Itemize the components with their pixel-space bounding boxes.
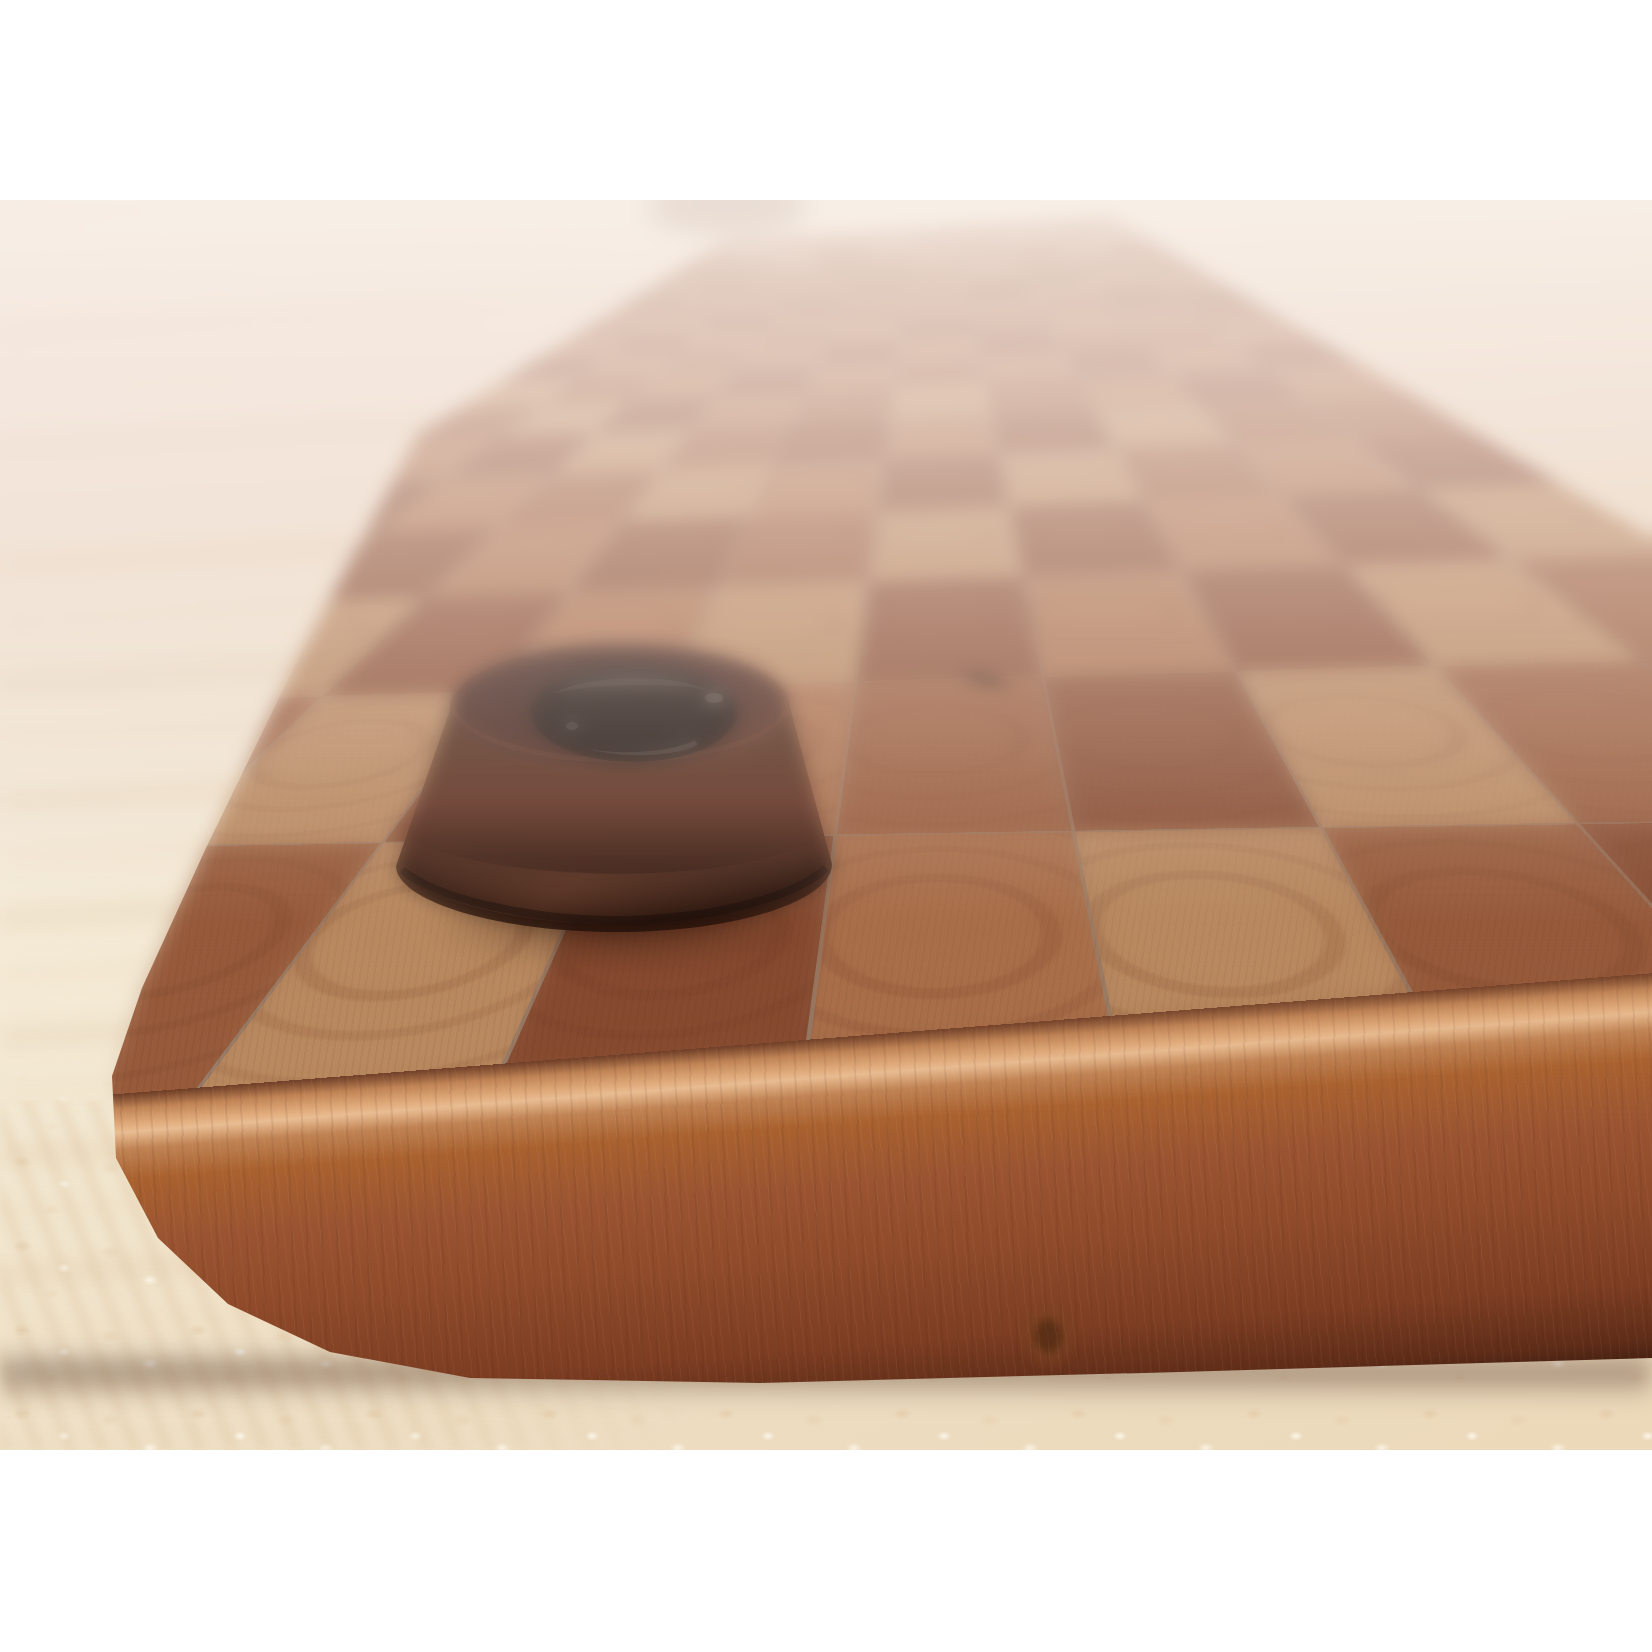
image-canvas — [0, 0, 1652, 1652]
photo-frame — [0, 200, 1652, 1450]
rubber-foot — [376, 598, 852, 958]
wood-knot-face — [1013, 1294, 1083, 1377]
